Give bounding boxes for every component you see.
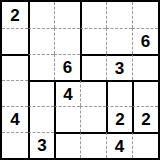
empty-cell-r2c1[interactable] bbox=[2, 28, 28, 54]
empty-cell-r4c2[interactable] bbox=[28, 80, 54, 106]
empty-cell-r1c2[interactable] bbox=[28, 2, 54, 28]
empty-cell-r1c4[interactable] bbox=[80, 2, 106, 28]
empty-cell-r4c5[interactable] bbox=[106, 80, 132, 106]
empty-cell-r4c6[interactable] bbox=[132, 80, 158, 106]
given-cell-r5c1: 4 bbox=[2, 106, 28, 132]
given-cell-r6c2: 3 bbox=[28, 132, 54, 158]
given-cell-r5c6: 2 bbox=[132, 106, 158, 132]
empty-cell-r2c2[interactable] bbox=[28, 28, 54, 54]
empty-cell-r5c2[interactable] bbox=[28, 106, 54, 132]
empty-cell-r3c1[interactable] bbox=[2, 54, 28, 80]
empty-cell-r1c3[interactable] bbox=[54, 2, 80, 28]
empty-cell-r5c4[interactable] bbox=[80, 106, 106, 132]
empty-cell-r4c4[interactable] bbox=[80, 80, 106, 106]
given-cell-r3c3: 6 bbox=[54, 54, 80, 80]
empty-cell-r2c3[interactable] bbox=[54, 28, 80, 54]
empty-cell-r1c6[interactable] bbox=[132, 2, 158, 28]
empty-cell-r1c5[interactable] bbox=[106, 2, 132, 28]
empty-cell-r5c3[interactable] bbox=[54, 106, 80, 132]
empty-cell-r2c4[interactable] bbox=[80, 28, 106, 54]
given-cell-r1c1: 2 bbox=[2, 2, 28, 28]
given-cell-r5c5: 2 bbox=[106, 106, 132, 132]
given-cell-r3c5: 3 bbox=[106, 54, 132, 80]
empty-cell-r6c6[interactable] bbox=[132, 132, 158, 158]
given-cell-r4c3: 4 bbox=[54, 80, 80, 106]
empty-cell-r3c4[interactable] bbox=[80, 54, 106, 80]
empty-cell-r3c6[interactable] bbox=[132, 54, 158, 80]
empty-cell-r6c3[interactable] bbox=[54, 132, 80, 158]
empty-cell-r6c1[interactable] bbox=[2, 132, 28, 158]
empty-cell-r4c1[interactable] bbox=[2, 80, 28, 106]
empty-cell-r3c2[interactable] bbox=[28, 54, 54, 80]
given-cell-r2c6: 6 bbox=[132, 28, 158, 54]
given-cell-r6c5: 4 bbox=[106, 132, 132, 158]
empty-cell-r6c4[interactable] bbox=[80, 132, 106, 158]
suguru-board: 2663442234 bbox=[0, 0, 160, 160]
empty-cell-r2c5[interactable] bbox=[106, 28, 132, 54]
